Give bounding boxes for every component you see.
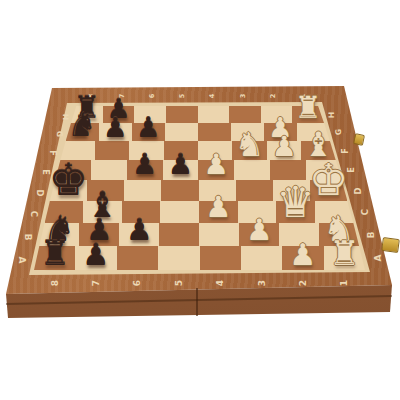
square-a4[interactable] [200,246,241,270]
piece-white-knight-f3[interactable]: ♞ [235,127,265,160]
square-g4[interactable] [198,123,231,141]
piece-black-pawn-e5[interactable]: ♟ [168,152,193,180]
piece-black-knight-g8[interactable]: ♞ [68,109,97,142]
label-rank-near-5: 5 [174,280,184,286]
label-file-right-a: A [373,255,383,262]
square-b4[interactable] [199,223,239,246]
piece-white-pawn-f2[interactable]: ♟ [272,132,297,160]
square-g5[interactable] [165,123,198,141]
piece-white-pawn-a2[interactable]: ♟ [289,239,316,269]
square-d3[interactable] [236,180,273,201]
piece-black-rook-a8[interactable]: ♜ [39,236,69,270]
piece-white-rook-h1[interactable]: ♜ [295,93,322,123]
piece-black-pawn-b6[interactable]: ♟ [126,216,153,246]
label-file-left-d: D [35,189,45,196]
square-h3[interactable] [229,106,261,123]
label-file-left-a: A [17,257,27,264]
piece-black-king-d8[interactable]: ♚ [49,159,88,203]
square-a3[interactable] [241,246,282,270]
label-rank-far-6: 6 [148,94,156,99]
square-h4[interactable] [198,106,230,123]
label-file-left-c: C [29,211,39,217]
square-d5[interactable] [161,180,198,201]
label-file-right-g: G [334,129,343,135]
square-b5[interactable] [159,223,199,246]
label-file-right-c: C [360,209,370,215]
label-rank-near-4: 4 [215,280,225,286]
label-file-left-b: B [23,233,33,240]
square-f7[interactable] [95,141,129,160]
piece-black-pawn-a7[interactable]: ♟ [83,239,110,269]
brass-latch-icon [381,237,400,253]
label-file-right-b: B [366,231,376,238]
square-a6[interactable] [117,246,158,270]
brass-hinge-pin-icon [353,133,365,146]
label-rank-far-4: 4 [208,94,216,99]
piece-black-pawn-g7[interactable]: ♟ [103,114,127,141]
label-rank-far-2: 2 [269,94,277,99]
square-d6[interactable] [124,180,161,201]
label-rank-far-3: 3 [239,94,247,99]
label-rank-near-6: 6 [132,280,142,286]
square-h5[interactable] [166,106,198,123]
label-file-right-h: H [327,111,336,117]
piece-black-pawn-g6[interactable]: ♟ [136,114,160,141]
square-e7[interactable] [91,160,127,180]
label-file-right-d: D [353,187,363,194]
label-rank-far-5: 5 [178,94,186,99]
piece-white-king-d1[interactable]: ♚ [309,159,348,203]
label-rank-near-3: 3 [257,280,267,286]
square-c5[interactable] [160,201,199,223]
piece-white-rook-a1[interactable]: ♜ [329,236,359,270]
square-a5[interactable] [158,246,199,270]
label-file-right-f: F [340,148,349,153]
label-rank-near-8: 8 [50,280,60,286]
piece-white-pawn-b3[interactable]: ♟ [246,216,273,246]
piece-white-queen-c2[interactable]: ♛ [276,181,314,224]
piece-white-pawn-e4[interactable]: ♟ [204,152,229,180]
piece-black-pawn-e6[interactable]: ♟ [132,152,157,180]
piece-white-pawn-c4[interactable]: ♟ [205,193,231,222]
label-rank-near-2: 2 [298,280,308,286]
label-rank-near-7: 7 [91,280,101,286]
label-file-left-g: G [54,131,63,137]
label-rank-near-1: 1 [339,280,349,286]
fold-seam [196,288,198,316]
chess-set-photo: { "game": "chess", "scene": "overhead-an… [0,0,400,400]
